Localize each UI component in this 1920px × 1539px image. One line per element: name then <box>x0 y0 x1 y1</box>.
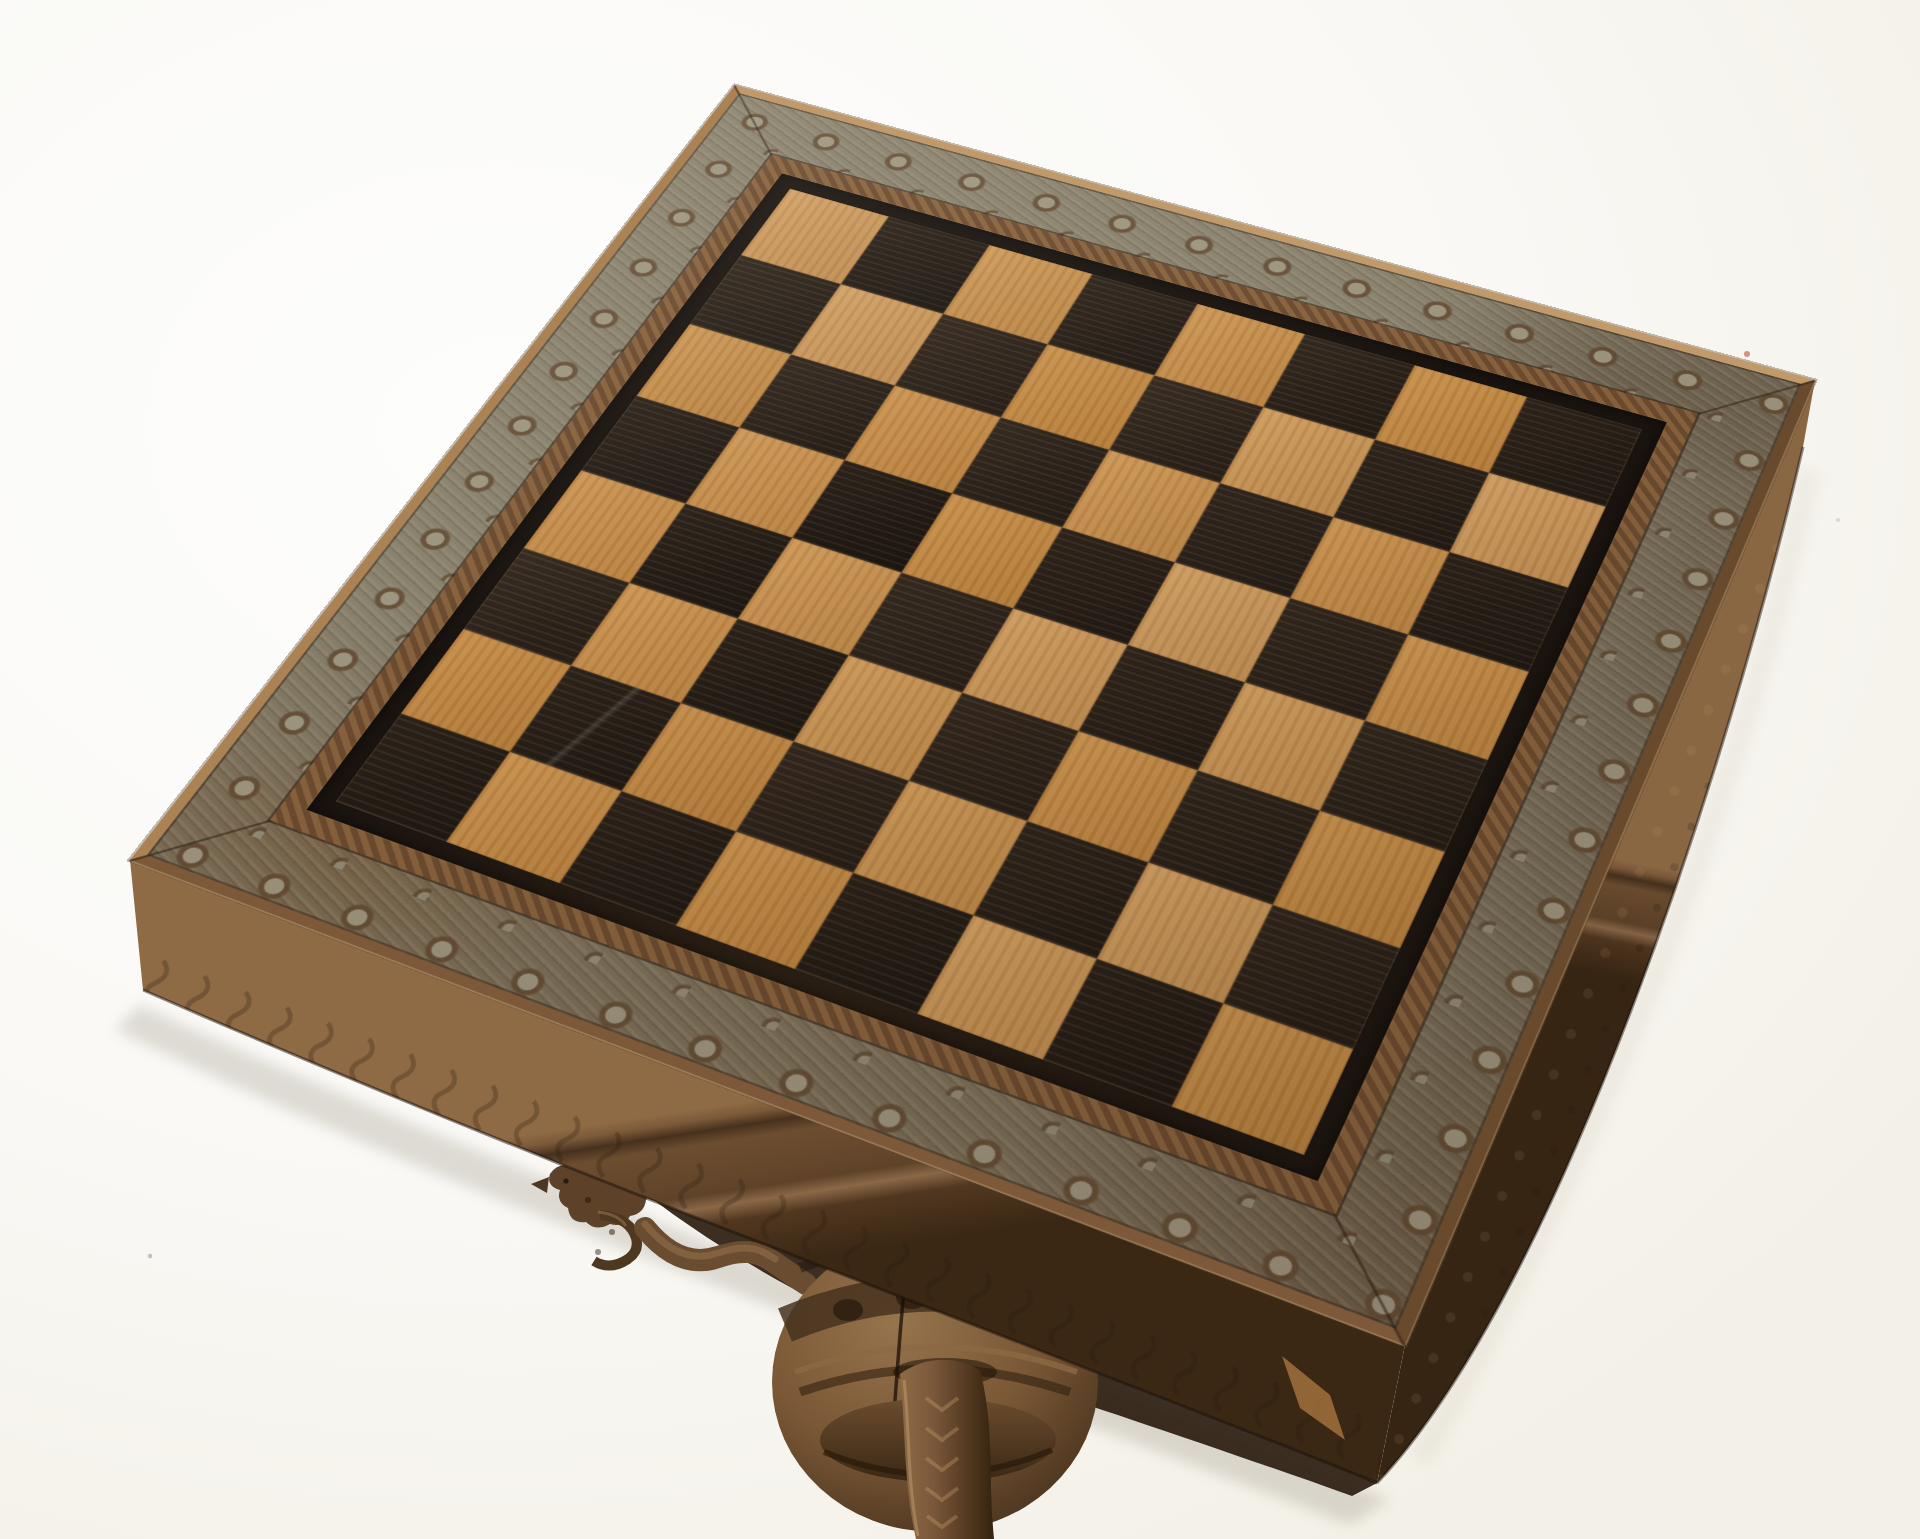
photo-stage <box>0 0 1920 1539</box>
dust-speck <box>148 1254 152 1258</box>
dust-speck <box>1744 351 1750 357</box>
dust-speck <box>1836 518 1840 522</box>
